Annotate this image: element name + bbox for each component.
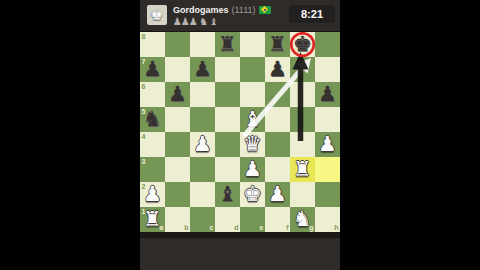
file-label-f: f [286,224,288,231]
top-player-bar: ♚ Gordogames (1111) ♟♟♟ ♞ ♝ 8:21 [140,0,340,33]
square-e2[interactable]: ♚ [240,182,265,207]
square-f7[interactable]: ♟ [265,57,290,82]
square-a3[interactable]: 3 [140,157,165,182]
square-d4[interactable] [215,132,240,157]
square-g1[interactable]: g♞ [290,207,315,232]
rank-label-4: 4 [142,133,146,140]
square-c8[interactable] [190,32,215,57]
rank-label-2: 2 [142,183,146,190]
square-f4[interactable] [265,132,290,157]
black-pawn-c7: ♟ [193,57,212,82]
black-pawn-b6: ♟ [168,82,187,107]
square-a8[interactable]: 8 [140,32,165,57]
square-f6[interactable] [265,82,290,107]
square-b1[interactable]: b [165,207,190,232]
square-d3[interactable] [215,157,240,182]
square-g7[interactable] [290,57,315,82]
top-player-captured-pieces: ♟♟♟ ♞ ♝ [173,16,217,27]
file-label-d: d [234,224,238,231]
square-h3[interactable] [315,157,340,182]
rank-label-5: 5 [142,108,146,115]
rank-label-6: 6 [142,83,146,90]
black-knight-a5: ♞ [143,107,162,132]
black-rook-d8: ♜ [218,32,237,57]
brazil-flag-icon [259,6,271,14]
white-pawn-e3: ♟ [243,157,262,182]
white-pawn-c4: ♟ [193,132,212,157]
chess-app: ♚ Gordogames (1111) ♟♟♟ ♞ ♝ 8:21 8♜♜♚7♟♟… [140,0,340,270]
square-a6[interactable]: 6 [140,82,165,107]
king-avatar-icon: ♚ [150,5,163,25]
white-bishop-e5: ♝ [243,107,262,132]
square-h6[interactable]: ♟ [315,82,340,107]
square-h7[interactable] [315,57,340,82]
square-f8[interactable]: ♜ [265,32,290,57]
square-g8[interactable]: ♚ [290,32,315,57]
square-d1[interactable]: d [215,207,240,232]
top-player-rating: (1111) [232,5,256,15]
square-a2[interactable]: 2♟ [140,182,165,207]
file-label-c: c [210,224,214,231]
top-player-name: Gordogames [173,5,229,15]
square-b8[interactable] [165,32,190,57]
top-player-clock: 8:21 [289,5,335,23]
square-a5[interactable]: 5♞ [140,107,165,132]
file-label-h: h [334,224,338,231]
square-a4[interactable]: 4 [140,132,165,157]
rank-label-3: 3 [142,158,146,165]
file-label-a: a [160,224,164,231]
square-g4[interactable] [290,132,315,157]
black-rook-f8: ♜ [268,32,287,57]
white-queen-e4: ♛ [243,132,262,157]
white-king-e2: ♚ [243,182,262,207]
square-f2[interactable]: ♟ [265,182,290,207]
square-e7[interactable] [240,57,265,82]
square-c7[interactable]: ♟ [190,57,215,82]
square-b4[interactable] [165,132,190,157]
square-e6[interactable] [240,82,265,107]
square-f3[interactable] [265,157,290,182]
square-e3[interactable]: ♟ [240,157,265,182]
chess-board[interactable]: 8♜♜♚7♟♟♟6♟♟5♞♝4♟♛♟3♟♜2♟♝♚♟1a♜bcdefg♞h [140,32,340,232]
square-a1[interactable]: 1a♜ [140,207,165,232]
square-b3[interactable] [165,157,190,182]
square-h2[interactable] [315,182,340,207]
rank-label-1: 1 [142,208,146,215]
white-rook-g3: ♜ [293,157,312,182]
black-bishop-d2: ♝ [218,182,237,207]
square-d5[interactable] [215,107,240,132]
square-h5[interactable] [315,107,340,132]
square-e1[interactable]: e [240,207,265,232]
square-h4[interactable]: ♟ [315,132,340,157]
black-pawn-f7: ♟ [268,57,287,82]
square-a7[interactable]: 7♟ [140,57,165,82]
square-c5[interactable] [190,107,215,132]
square-c2[interactable] [190,182,215,207]
square-c6[interactable] [190,82,215,107]
square-h1[interactable]: h [315,207,340,232]
file-label-b: b [184,224,188,231]
square-f1[interactable]: f [265,207,290,232]
black-pawn-a7: ♟ [143,57,162,82]
square-d6[interactable] [215,82,240,107]
square-d8[interactable]: ♜ [215,32,240,57]
square-b6[interactable]: ♟ [165,82,190,107]
file-label-e: e [260,224,264,231]
square-g2[interactable] [290,182,315,207]
square-f5[interactable] [265,107,290,132]
bottom-player-bar: ♚ MrChess971 (1136) ♟♟♟ ♞ ♝ ♛ +9 6:23 XR… [140,237,340,270]
rank-label-8: 8 [142,33,146,40]
square-e5[interactable]: ♝ [240,107,265,132]
top-player-name-row: Gordogames (1111) [173,4,271,15]
top-player-avatar[interactable]: ♚ [147,5,167,25]
black-pawn-h6: ♟ [318,82,337,107]
square-c1[interactable]: c [190,207,215,232]
square-d2[interactable]: ♝ [215,182,240,207]
square-b5[interactable] [165,107,190,132]
square-e8[interactable] [240,32,265,57]
square-b2[interactable] [165,182,190,207]
white-pawn-f2: ♟ [268,182,287,207]
square-h8[interactable] [315,32,340,57]
screen: ♚ Gordogames (1111) ♟♟♟ ♞ ♝ 8:21 8♜♜♚7♟♟… [0,0,480,270]
square-d7[interactable] [215,57,240,82]
white-pawn-h4: ♟ [318,132,337,157]
black-king-g8: ♚ [293,32,312,57]
square-b7[interactable] [165,57,190,82]
square-c3[interactable] [190,157,215,182]
square-g3[interactable]: ♜ [290,157,315,182]
square-c4[interactable]: ♟ [190,132,215,157]
rank-label-7: 7 [142,58,146,65]
square-e4[interactable]: ♛ [240,132,265,157]
white-pawn-a2: ♟ [143,182,162,207]
file-label-g: g [309,224,313,231]
square-g6[interactable] [290,82,315,107]
square-g5[interactable] [290,107,315,132]
